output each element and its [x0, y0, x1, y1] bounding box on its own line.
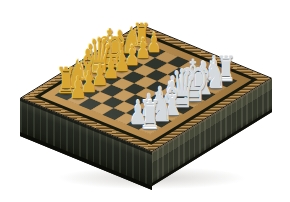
silver-rook-glyph: ♜ [139, 94, 161, 134]
pieces-layer: ♜♞♝♛♚♝♞♜♟♟♟♟♟♟♟♟♟♟♟♟♟♟♟♟♜♞♝♛♚♝♞♜ [0, 0, 290, 202]
piece-silver-rook-a8: ♜ [132, 94, 168, 134]
gold-pawn-glyph: ♟ [69, 73, 86, 104]
piece-gold-pawn-a2: ♟ [64, 73, 92, 104]
chess-set-photo: ♜♞♝♛♚♝♞♜♟♟♟♟♟♟♟♟♟♟♟♟♟♟♟♟♜♞♝♛♚♝♞♜ [0, 0, 290, 202]
